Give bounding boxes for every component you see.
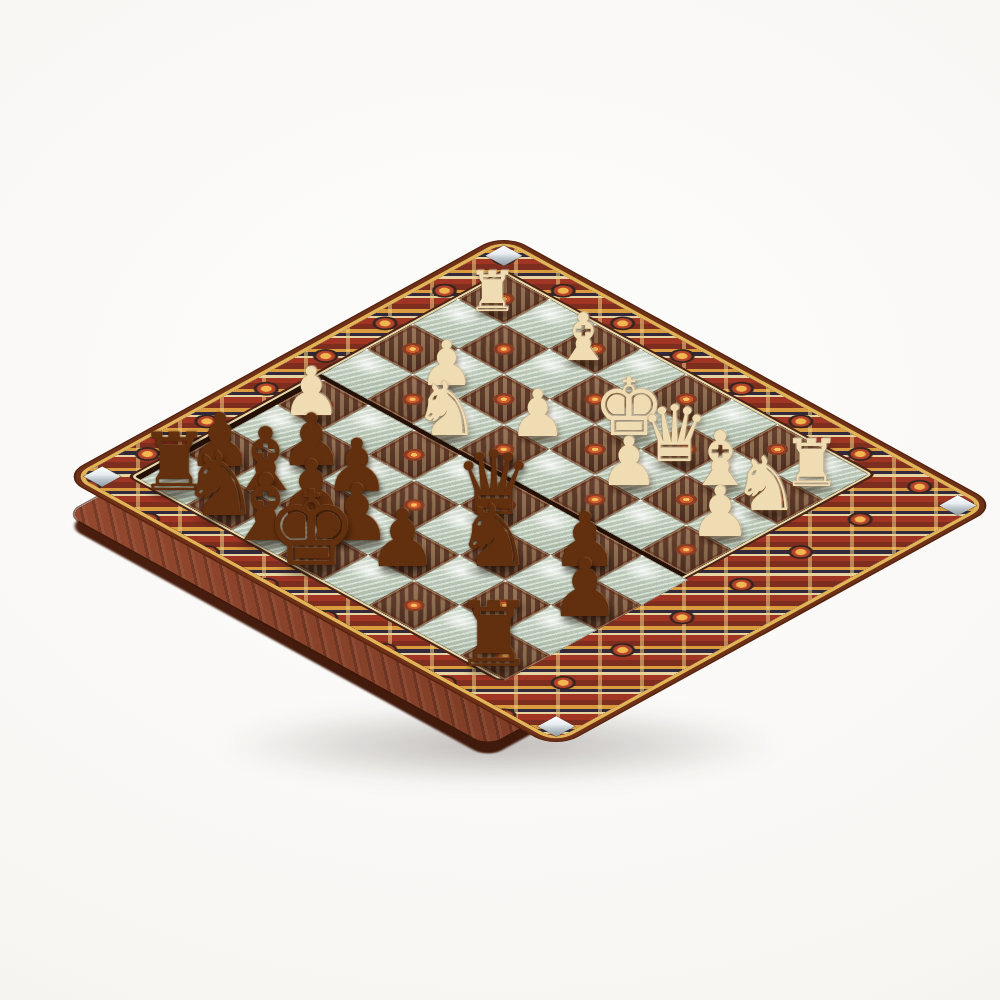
dark-king-icon: ♚ [265,477,358,581]
dark-rook-icon: ♜ [453,590,533,679]
white-rook-icon: ♜ [467,264,517,320]
product-photo-scene: ♜♝♟♟♚♟♞♛♟♟♜♝♟♟♝♜♞♛♟♞♟♟♝♟♞♟♚♟♜ [0,0,1000,1000]
mother-of-pearl-inlay [939,495,976,515]
mother-of-pearl-inlay [84,466,121,486]
dark-pawn-icon: ♟ [549,549,620,629]
dark-pawn-icon: ♟ [367,499,438,578]
white-pawn-icon: ♟ [689,477,752,547]
dark-knight-icon: ♞ [455,493,533,579]
white-pawn-icon: ♟ [599,429,659,496]
